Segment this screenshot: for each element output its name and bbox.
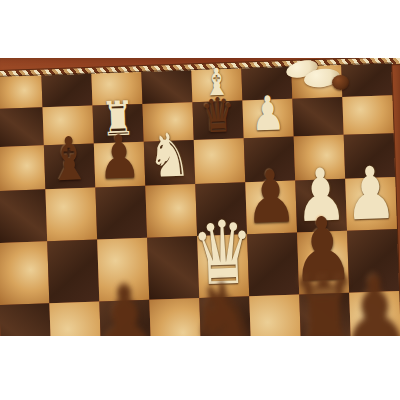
dark-queen[interactable]: ♛: [200, 91, 236, 140]
square-c6[interactable]: ♟: [94, 142, 146, 188]
square-f7[interactable]: ♟: [242, 99, 293, 139]
dark-pawn[interactable]: ♟: [97, 126, 142, 187]
square-h7[interactable]: [342, 95, 393, 135]
square-b5[interactable]: [45, 188, 97, 242]
square-c3[interactable]: ♟: [99, 300, 152, 336]
square-a3[interactable]: [0, 303, 52, 336]
captured-dark-pawn-top: [332, 75, 349, 90]
square-h8[interactable]: [341, 63, 392, 97]
square-a8[interactable]: [0, 75, 43, 109]
white-knight[interactable]: ♞: [147, 124, 192, 185]
square-a7[interactable]: [0, 107, 44, 147]
square-a5[interactable]: [0, 189, 47, 243]
square-e7[interactable]: ♛: [192, 100, 243, 140]
square-g7[interactable]: [292, 97, 343, 137]
square-c5[interactable]: [95, 186, 147, 240]
square-e6[interactable]: [194, 138, 246, 184]
photo-canvas: ♝♜♛♟♝♟♞♟♟♟♛♟♟♞♜♟: [0, 0, 400, 400]
square-a6[interactable]: [0, 145, 45, 191]
square-h3[interactable]: ♟: [349, 291, 400, 336]
dark-bishop[interactable]: ♝: [47, 128, 92, 189]
white-pawn[interactable]: ♟: [250, 89, 286, 138]
square-e3[interactable]: ♞: [199, 296, 252, 336]
square-d8[interactable]: [141, 70, 192, 104]
square-a4[interactable]: [0, 241, 49, 305]
chess-board: ♝♜♛♟♝♟♞♟♟♟♛♟♟♞♜♟: [0, 63, 400, 336]
square-d6[interactable]: ♞: [144, 140, 196, 186]
chess-photo: ♝♜♛♟♝♟♞♟♟♟♛♟♟♞♜♟: [0, 58, 400, 336]
square-b8[interactable]: [41, 74, 92, 108]
dark-pawn[interactable]: ♟: [336, 262, 400, 336]
square-b6[interactable]: ♝: [44, 144, 96, 190]
